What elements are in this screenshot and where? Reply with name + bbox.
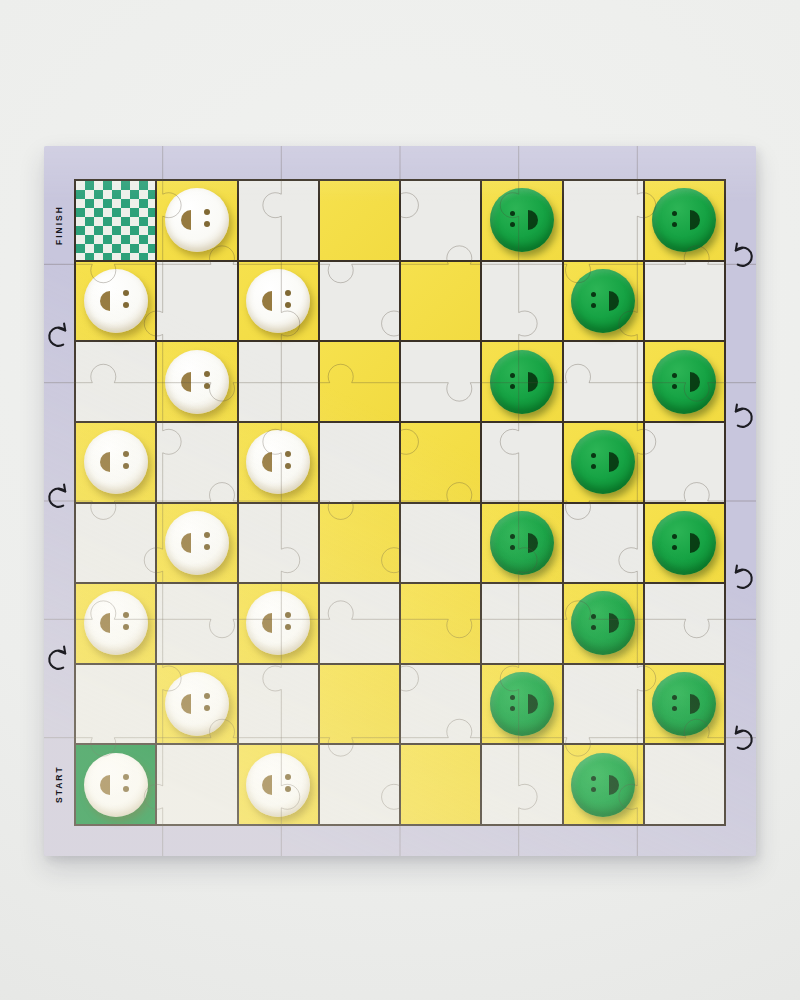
- cell-r7c7[interactable]: [564, 665, 643, 744]
- white-piece-r2c3[interactable]: [246, 269, 310, 333]
- cell-r5c1[interactable]: [76, 504, 155, 583]
- cell-r6c2[interactable]: [157, 584, 236, 663]
- button-dot-hole: [510, 706, 515, 711]
- finish-label: FINISH: [51, 187, 67, 263]
- cell-r8c6[interactable]: [482, 745, 561, 824]
- cell-r1c5[interactable]: [401, 181, 480, 260]
- white-piece-r8c1[interactable]: [84, 753, 148, 817]
- button-dot-hole: [591, 453, 596, 458]
- green-piece-r5c8[interactable]: [652, 511, 716, 575]
- white-piece-r3c2[interactable]: [165, 350, 229, 414]
- white-piece-r4c3[interactable]: [246, 430, 310, 494]
- button-dot-hole: [285, 624, 291, 630]
- white-piece-r2c1[interactable]: [84, 269, 148, 333]
- button-notch-hole: [690, 694, 700, 714]
- turn-arrow-right-after-row-1: [729, 240, 755, 270]
- button-dot-hole: [285, 612, 291, 618]
- cell-r5c5[interactable]: [401, 504, 480, 583]
- button-notch-hole: [181, 372, 191, 392]
- button-notch-hole: [262, 291, 272, 311]
- cell-r8c5[interactable]: [401, 745, 480, 824]
- button-dot-hole: [672, 222, 677, 227]
- button-notch-hole: [262, 613, 272, 633]
- button-dot-hole: [672, 706, 677, 711]
- cell-r2c6[interactable]: [482, 262, 561, 341]
- cell-r6c7[interactable]: [564, 584, 643, 663]
- button-dot-hole: [591, 303, 596, 308]
- cell-r1c4[interactable]: [320, 181, 399, 260]
- start-label: START: [51, 746, 67, 822]
- button-notch-hole: [100, 613, 110, 633]
- button-dot-hole: [204, 221, 210, 227]
- button-notch-hole: [100, 452, 110, 472]
- turn-arrow-left-after-row-4: [46, 481, 72, 511]
- green-piece-r1c6[interactable]: [490, 188, 554, 252]
- white-piece-r1c2[interactable]: [165, 188, 229, 252]
- cell-r5c2[interactable]: [157, 504, 236, 583]
- cell-r2c5[interactable]: [401, 262, 480, 341]
- game-board: [74, 179, 726, 826]
- button-notch-hole: [690, 533, 700, 553]
- button-notch-hole: [609, 452, 619, 472]
- button-dot-hole: [510, 211, 515, 216]
- cell-r4c8[interactable]: [645, 423, 724, 502]
- cell-r5c4[interactable]: [320, 504, 399, 583]
- green-piece-r3c8[interactable]: [652, 350, 716, 414]
- cell-r4c3[interactable]: [239, 423, 318, 502]
- turn-arrow-right-after-row-5: [729, 562, 755, 592]
- button-dot-hole: [591, 625, 596, 630]
- green-piece-r4c7[interactable]: [571, 430, 635, 494]
- cell-r7c2[interactable]: [157, 665, 236, 744]
- white-piece-r8c3[interactable]: [246, 753, 310, 817]
- cell-r1c8[interactable]: [645, 181, 724, 260]
- white-piece-r5c2[interactable]: [165, 511, 229, 575]
- button-dot-hole: [591, 464, 596, 469]
- button-dot-hole: [123, 451, 129, 457]
- cell-r3c7[interactable]: [564, 342, 643, 421]
- cell-r4c4[interactable]: [320, 423, 399, 502]
- button-dot-hole: [285, 451, 291, 457]
- white-piece-r7c2[interactable]: [165, 672, 229, 736]
- button-notch-hole: [690, 372, 700, 392]
- cell-r5c3[interactable]: [239, 504, 318, 583]
- cell-r7c3[interactable]: [239, 665, 318, 744]
- green-piece-r7c8[interactable]: [652, 672, 716, 736]
- cell-r6c5[interactable]: [401, 584, 480, 663]
- button-dot-hole: [510, 373, 515, 378]
- button-dot-hole: [285, 290, 291, 296]
- button-dot-hole: [672, 384, 677, 389]
- cell-r6c6[interactable]: [482, 584, 561, 663]
- button-dot-hole: [285, 302, 291, 308]
- cell-r8c3[interactable]: [239, 745, 318, 824]
- cell-r4c5[interactable]: [401, 423, 480, 502]
- button-notch-hole: [100, 291, 110, 311]
- cell-r7c8[interactable]: [645, 665, 724, 744]
- button-notch-hole: [181, 533, 191, 553]
- button-dot-hole: [123, 290, 129, 296]
- button-dot-hole: [204, 383, 210, 389]
- cell-r4c7[interactable]: [564, 423, 643, 502]
- cell-r4c1[interactable]: [76, 423, 155, 502]
- button-dot-hole: [285, 786, 291, 792]
- cell-r1c6[interactable]: [482, 181, 561, 260]
- button-dot-hole: [672, 695, 677, 700]
- cell-r2c2[interactable]: [157, 262, 236, 341]
- button-dot-hole: [285, 774, 291, 780]
- cell-r7c6[interactable]: [482, 665, 561, 744]
- cell-r1c1-finish[interactable]: [76, 181, 155, 260]
- cell-r5c8[interactable]: [645, 504, 724, 583]
- button-dot-hole: [123, 612, 129, 618]
- button-notch-hole: [100, 775, 110, 795]
- cell-r2c4[interactable]: [320, 262, 399, 341]
- button-dot-hole: [510, 695, 515, 700]
- cell-r8c7[interactable]: [564, 745, 643, 824]
- turn-arrow-right-after-row-3: [729, 401, 755, 431]
- button-dot-hole: [672, 373, 677, 378]
- cell-r5c6[interactable]: [482, 504, 561, 583]
- puzzle-mat: FINISH START: [44, 146, 756, 856]
- button-notch-hole: [690, 210, 700, 230]
- button-dot-hole: [672, 534, 677, 539]
- button-dot-hole: [123, 786, 129, 792]
- button-notch-hole: [262, 775, 272, 795]
- button-dot-hole: [510, 384, 515, 389]
- button-dot-hole: [204, 693, 210, 699]
- green-piece-r2c7[interactable]: [571, 269, 635, 333]
- white-piece-r6c3[interactable]: [246, 591, 310, 655]
- white-piece-r4c1[interactable]: [84, 430, 148, 494]
- button-dot-hole: [285, 463, 291, 469]
- cell-r6c1[interactable]: [76, 584, 155, 663]
- cell-r8c1-start[interactable]: [76, 745, 155, 824]
- turn-arrow-right-after-row-7: [729, 723, 755, 753]
- cell-r3c4[interactable]: [320, 342, 399, 421]
- cell-r3c6[interactable]: [482, 342, 561, 421]
- button-dot-hole: [123, 774, 129, 780]
- button-notch-hole: [528, 694, 538, 714]
- green-piece-r5c6[interactable]: [490, 511, 554, 575]
- cell-r7c1[interactable]: [76, 665, 155, 744]
- cell-r8c2[interactable]: [157, 745, 236, 824]
- cell-r3c2[interactable]: [157, 342, 236, 421]
- button-dot-hole: [123, 302, 129, 308]
- button-dot-hole: [672, 211, 677, 216]
- button-dot-hole: [123, 463, 129, 469]
- green-piece-r1c8[interactable]: [652, 188, 716, 252]
- cell-r4c2[interactable]: [157, 423, 236, 502]
- cell-r7c5[interactable]: [401, 665, 480, 744]
- photo-background: FINISH START: [0, 0, 800, 1000]
- button-dot-hole: [672, 545, 677, 550]
- button-dot-hole: [510, 534, 515, 539]
- button-notch-hole: [609, 775, 619, 795]
- button-dot-hole: [204, 371, 210, 377]
- button-dot-hole: [591, 614, 596, 619]
- button-dot-hole: [591, 787, 596, 792]
- cell-r4c6[interactable]: [482, 423, 561, 502]
- cell-r6c8[interactable]: [645, 584, 724, 663]
- button-notch-hole: [181, 210, 191, 230]
- cell-r1c2[interactable]: [157, 181, 236, 260]
- cell-r3c5[interactable]: [401, 342, 480, 421]
- cell-r3c1[interactable]: [76, 342, 155, 421]
- button-dot-hole: [123, 624, 129, 630]
- button-notch-hole: [528, 533, 538, 553]
- button-dot-hole: [591, 292, 596, 297]
- button-dot-hole: [204, 705, 210, 711]
- cell-r2c8[interactable]: [645, 262, 724, 341]
- cell-r8c4[interactable]: [320, 745, 399, 824]
- button-dot-hole: [204, 544, 210, 550]
- green-piece-r3c6[interactable]: [490, 350, 554, 414]
- button-notch-hole: [181, 694, 191, 714]
- green-piece-r8c7[interactable]: [571, 753, 635, 817]
- cell-r7c4[interactable]: [320, 665, 399, 744]
- button-notch-hole: [609, 613, 619, 633]
- cell-r6c4[interactable]: [320, 584, 399, 663]
- button-notch-hole: [528, 210, 538, 230]
- cell-r6c3[interactable]: [239, 584, 318, 663]
- cell-r8c8[interactable]: [645, 745, 724, 824]
- button-dot-hole: [510, 222, 515, 227]
- cell-r1c3[interactable]: [239, 181, 318, 260]
- button-dot-hole: [510, 545, 515, 550]
- cell-r3c8[interactable]: [645, 342, 724, 421]
- cell-r2c3[interactable]: [239, 262, 318, 341]
- cell-r5c7[interactable]: [564, 504, 643, 583]
- button-dot-hole: [204, 532, 210, 538]
- cell-r2c1[interactable]: [76, 262, 155, 341]
- cell-r3c3[interactable]: [239, 342, 318, 421]
- button-notch-hole: [528, 372, 538, 392]
- button-notch-hole: [262, 452, 272, 472]
- turn-arrow-left-after-row-2: [46, 320, 72, 350]
- green-piece-r7c6[interactable]: [490, 672, 554, 736]
- cell-r1c7[interactable]: [564, 181, 643, 260]
- green-piece-r6c7[interactable]: [571, 591, 635, 655]
- cell-r2c7[interactable]: [564, 262, 643, 341]
- button-dot-hole: [204, 209, 210, 215]
- turn-arrow-left-after-row-6: [46, 643, 72, 673]
- white-piece-r6c1[interactable]: [84, 591, 148, 655]
- button-dot-hole: [591, 776, 596, 781]
- button-notch-hole: [609, 291, 619, 311]
